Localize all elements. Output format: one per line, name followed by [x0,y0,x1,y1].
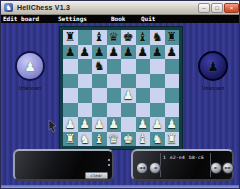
menu-edit-board[interactable]: Edit board [3,15,39,23]
jump-to-start-button[interactable]: ◄◄ [136,162,148,174]
maximize-button[interactable]: □ [211,3,223,13]
white-pawn[interactable]: ♟ [165,117,180,132]
console-led-bottom [108,164,110,166]
white-pawn[interactable]: ♟ [150,117,165,132]
square-g3[interactable] [150,103,165,118]
square-e7[interactable]: ♟ [121,45,136,60]
black-player-name: Unknown [190,85,236,91]
square-h3[interactable] [165,103,180,118]
square-f3[interactable] [136,103,151,118]
square-b8[interactable] [78,30,93,45]
white-pawn[interactable]: ♟ [136,117,151,132]
white-pawn[interactable]: ♟ [63,117,78,132]
white-knight[interactable]: ♞ [78,132,93,147]
black-pawn[interactable]: ♟ [78,45,93,60]
black-pawn[interactable]: ♟ [136,45,151,60]
black-pawn-icon: ♟ [207,59,219,74]
step-forward-button[interactable]: ► [210,162,222,174]
square-d4[interactable] [107,88,122,103]
square-a4[interactable] [63,88,78,103]
black-bishop[interactable]: ♝ [92,30,107,45]
hellchess-window: ♞ HellChess V1.3 – □ × Edit board Settin… [0,0,240,189]
menu-quit[interactable]: Quit [141,15,155,23]
black-pawn[interactable]: ♟ [165,45,180,60]
move-number: 1 [163,155,166,160]
black-pawn[interactable]: ♟ [92,45,107,60]
black-player-avatar: ♟ [198,51,228,81]
square-e8[interactable]: ♚ [121,30,136,45]
square-h4[interactable] [165,88,180,103]
white-bishop[interactable]: ♝ [92,132,107,147]
square-f8[interactable]: ♝ [136,30,151,45]
square-g1[interactable]: ♞ [150,132,165,147]
square-a8[interactable]: ♜ [63,30,78,45]
square-e2[interactable] [121,117,136,132]
square-b7[interactable]: ♟ [78,45,93,60]
square-g8[interactable]: ♞ [150,30,165,45]
square-c8[interactable]: ♝ [92,30,107,45]
square-d3[interactable] [107,103,122,118]
square-e5[interactable] [121,74,136,89]
mouse-cursor-icon [47,120,58,133]
square-a2[interactable]: ♟ [63,117,78,132]
square-a7[interactable]: ♟ [63,45,78,60]
console-clear-button[interactable]: clear [85,172,108,179]
square-a1[interactable]: ♜ [63,132,78,147]
black-rook[interactable]: ♜ [165,30,180,45]
black-knight[interactable]: ♞ [92,59,107,74]
square-h2[interactable]: ♟ [165,117,180,132]
square-c7[interactable]: ♟ [92,45,107,60]
square-e6[interactable] [121,59,136,74]
square-c5[interactable] [92,74,107,89]
square-g2[interactable]: ♟ [150,117,165,132]
square-b3[interactable] [78,103,93,118]
menu-settings[interactable]: Settings [58,15,87,23]
titlebar: ♞ HellChess V1.3 – □ × [1,1,240,15]
square-f4[interactable] [136,88,151,103]
step-back-button[interactable]: ◄ [149,162,161,174]
square-h6[interactable] [165,59,180,74]
square-b4[interactable] [78,88,93,103]
jump-to-end-button[interactable]: ►► [222,162,234,174]
black-queen[interactable]: ♛ [107,30,122,45]
square-f2[interactable]: ♟ [136,117,151,132]
bottom-strip [1,185,240,189]
white-player-name: Unknown [7,85,53,91]
square-d1[interactable]: ♛ [107,132,122,147]
white-pawn[interactable]: ♟ [121,88,136,103]
square-f6[interactable] [136,59,151,74]
square-a3[interactable] [63,103,78,118]
square-h7[interactable]: ♟ [165,45,180,60]
square-f1[interactable]: ♝ [136,132,151,147]
square-a6[interactable] [63,59,78,74]
board-frame: ♜♝♛♚♝♞♜♟♟♟♟♟♟♟♟♞♟♟♟♟♟♟♟♟♜♞♝♛♚♝♞♜ [59,26,183,150]
square-b6[interactable] [78,59,93,74]
app-icon: ♞ [4,3,13,12]
black-pawn[interactable]: ♟ [107,45,122,60]
white-pawn-icon: ♟ [24,59,36,74]
console-led-top [108,159,110,161]
minimize-button[interactable]: – [198,3,210,13]
square-d7[interactable]: ♟ [107,45,122,60]
console-panel: clear [13,149,114,181]
square-e4[interactable]: ♟ [121,88,136,103]
square-a5[interactable] [63,74,78,89]
square-c1[interactable]: ♝ [92,132,107,147]
square-h1[interactable]: ♜ [165,132,180,147]
white-queen[interactable]: ♛ [107,132,122,147]
white-pawn[interactable]: ♟ [107,117,122,132]
move-list: 1e2-e4b8-c6 [163,155,210,160]
square-b1[interactable]: ♞ [78,132,93,147]
square-f7[interactable]: ♟ [136,45,151,60]
white-knight[interactable]: ♞ [150,132,165,147]
close-button[interactable]: × [224,3,239,13]
menu-book[interactable]: Book [111,15,125,23]
square-c2[interactable]: ♟ [92,117,107,132]
square-e3[interactable] [121,103,136,118]
square-c6[interactable]: ♞ [92,59,107,74]
black-pawn[interactable]: ♟ [63,45,78,60]
square-g5[interactable] [150,74,165,89]
square-h5[interactable] [165,74,180,89]
square-b5[interactable] [78,74,93,89]
chess-board[interactable]: ♜♝♛♚♝♞♜♟♟♟♟♟♟♟♟♞♟♟♟♟♟♟♟♟♜♞♝♛♚♝♞♜ [63,30,179,146]
white-pawn[interactable]: ♟ [78,117,93,132]
black-move: b8-c6 [189,155,204,160]
square-h8[interactable]: ♜ [165,30,180,45]
square-b2[interactable]: ♟ [78,117,93,132]
square-g7[interactable]: ♟ [150,45,165,60]
black-knight[interactable]: ♞ [150,30,165,45]
white-rook[interactable]: ♜ [165,132,180,147]
square-e1[interactable]: ♚ [121,132,136,147]
black-pawn[interactable]: ♟ [150,45,165,60]
white-bishop[interactable]: ♝ [136,132,151,147]
square-c3[interactable] [92,103,107,118]
square-d2[interactable]: ♟ [107,117,122,132]
black-king[interactable]: ♚ [121,30,136,45]
white-king[interactable]: ♚ [121,132,136,147]
menubar: Edit board Settings Book Quit [1,15,240,23]
square-g6[interactable] [150,59,165,74]
square-f5[interactable] [136,74,151,89]
square-d5[interactable] [107,74,122,89]
white-player-avatar: ♟ [15,51,45,81]
square-d6[interactable] [107,59,122,74]
white-pawn[interactable]: ♟ [92,117,107,132]
window-title: HellChess V1.3 [17,4,70,11]
white-move: e2-e4 [170,155,185,160]
square-c4[interactable] [92,88,107,103]
white-rook[interactable]: ♜ [63,132,78,147]
black-pawn[interactable]: ♟ [121,45,136,60]
move-panel: ◄◄ ◄ ► ►► 1e2-e4b8-c6 [131,149,234,181]
square-d8[interactable]: ♛ [107,30,122,45]
square-g4[interactable] [150,88,165,103]
black-bishop[interactable]: ♝ [136,30,151,45]
black-rook[interactable]: ♜ [63,30,78,45]
